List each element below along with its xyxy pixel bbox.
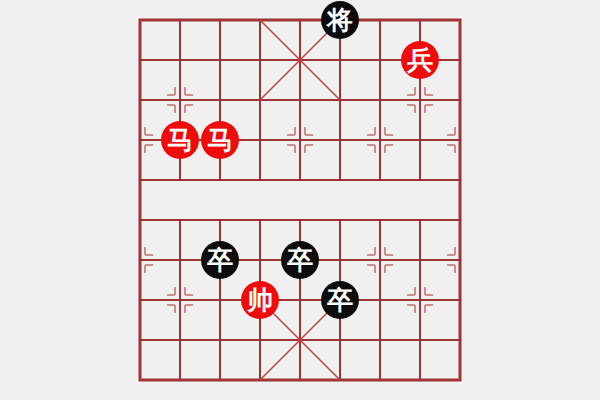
piece-red-general[interactable]: 帅 [241,281,279,319]
piece-red-soldier[interactable]: 兵 [401,41,439,79]
piece-black-general[interactable]: 将 [321,1,359,39]
piece-black-soldier[interactable]: 卒 [281,241,319,279]
piece-black-soldier[interactable]: 卒 [201,241,239,279]
piece-red-horse[interactable]: 马 [201,121,239,159]
piece-red-horse[interactable]: 马 [161,121,199,159]
pieces-grid: 将兵马马卒卒帅卒 [120,0,480,400]
xiangqi-board[interactable]: 将兵马马卒卒帅卒 [0,0,600,400]
piece-black-soldier[interactable]: 卒 [321,281,359,319]
